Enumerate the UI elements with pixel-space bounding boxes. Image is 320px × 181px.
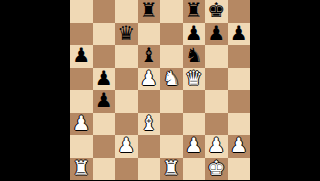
square-b3[interactable] bbox=[93, 113, 116, 136]
square-c5[interactable] bbox=[115, 68, 138, 91]
square-e7[interactable] bbox=[160, 23, 183, 46]
square-f2[interactable]: ♟ bbox=[183, 135, 206, 158]
square-f6[interactable]: ♞ bbox=[183, 45, 206, 68]
white-bishop-icon: ♝ bbox=[140, 113, 158, 135]
white-pawn-icon: ♟ bbox=[72, 113, 90, 135]
square-b1[interactable] bbox=[93, 158, 116, 181]
black-pawn-icon: ♟ bbox=[207, 23, 225, 45]
white-knight-icon: ♞ bbox=[162, 68, 180, 90]
square-b7[interactable] bbox=[93, 23, 116, 46]
square-g1[interactable]: ♚ bbox=[205, 158, 228, 181]
square-f4[interactable] bbox=[183, 90, 206, 113]
letterbox-left bbox=[0, 0, 70, 180]
square-e4[interactable] bbox=[160, 90, 183, 113]
square-e5[interactable]: ♞ bbox=[160, 68, 183, 91]
square-e3[interactable] bbox=[160, 113, 183, 136]
letterbox-right bbox=[250, 0, 320, 180]
white-pawn-icon: ♟ bbox=[117, 135, 135, 157]
black-pawn-icon: ♟ bbox=[230, 23, 248, 45]
square-h1[interactable] bbox=[228, 158, 251, 181]
square-c6[interactable] bbox=[115, 45, 138, 68]
square-a8[interactable] bbox=[70, 0, 93, 23]
black-king-icon: ♚ bbox=[207, 0, 225, 22]
square-g3[interactable] bbox=[205, 113, 228, 136]
square-d1[interactable] bbox=[138, 158, 161, 181]
square-g4[interactable] bbox=[205, 90, 228, 113]
square-b8[interactable] bbox=[93, 0, 116, 23]
square-g8[interactable]: ♚ bbox=[205, 0, 228, 23]
square-a2[interactable] bbox=[70, 135, 93, 158]
white-pawn-icon: ♟ bbox=[185, 135, 203, 157]
square-f3[interactable] bbox=[183, 113, 206, 136]
square-h6[interactable] bbox=[228, 45, 251, 68]
black-pawn-icon: ♟ bbox=[185, 23, 203, 45]
square-d3[interactable]: ♝ bbox=[138, 113, 161, 136]
black-bishop-icon: ♝ bbox=[140, 45, 158, 67]
square-a7[interactable] bbox=[70, 23, 93, 46]
square-e2[interactable] bbox=[160, 135, 183, 158]
square-g2[interactable]: ♟ bbox=[205, 135, 228, 158]
square-h8[interactable] bbox=[228, 0, 251, 23]
white-pawn-icon: ♟ bbox=[140, 68, 158, 90]
square-a5[interactable] bbox=[70, 68, 93, 91]
black-pawn-icon: ♟ bbox=[72, 45, 90, 67]
white-pawn-icon: ♟ bbox=[230, 135, 248, 157]
black-rook-icon: ♜ bbox=[185, 0, 203, 22]
black-rook-icon: ♜ bbox=[140, 0, 158, 22]
square-a3[interactable]: ♟ bbox=[70, 113, 93, 136]
square-c4[interactable] bbox=[115, 90, 138, 113]
square-h7[interactable]: ♟ bbox=[228, 23, 251, 46]
square-e1[interactable]: ♜ bbox=[160, 158, 183, 181]
square-a1[interactable]: ♜ bbox=[70, 158, 93, 181]
black-knight-icon: ♞ bbox=[185, 45, 203, 67]
square-h4[interactable] bbox=[228, 90, 251, 113]
white-queen-icon: ♛ bbox=[185, 68, 203, 90]
chess-board: ♜♜♚♛♟♟♟♟♝♞♟♟♞♛♟♟♝♟♟♟♟♜♜♚ bbox=[70, 0, 250, 180]
square-h2[interactable]: ♟ bbox=[228, 135, 251, 158]
square-d8[interactable]: ♜ bbox=[138, 0, 161, 23]
black-queen-icon: ♛ bbox=[117, 23, 135, 45]
square-a6[interactable]: ♟ bbox=[70, 45, 93, 68]
square-g7[interactable]: ♟ bbox=[205, 23, 228, 46]
square-a4[interactable] bbox=[70, 90, 93, 113]
black-pawn-icon: ♟ bbox=[95, 90, 113, 112]
square-b5[interactable]: ♟ bbox=[93, 68, 116, 91]
square-f7[interactable]: ♟ bbox=[183, 23, 206, 46]
square-b6[interactable] bbox=[93, 45, 116, 68]
black-pawn-icon: ♟ bbox=[95, 68, 113, 90]
white-rook-icon: ♜ bbox=[72, 158, 90, 180]
square-c1[interactable] bbox=[115, 158, 138, 181]
square-e8[interactable] bbox=[160, 0, 183, 23]
square-g5[interactable] bbox=[205, 68, 228, 91]
square-b2[interactable] bbox=[93, 135, 116, 158]
square-f8[interactable]: ♜ bbox=[183, 0, 206, 23]
white-rook-icon: ♜ bbox=[162, 158, 180, 180]
white-king-icon: ♚ bbox=[207, 158, 225, 180]
square-c2[interactable]: ♟ bbox=[115, 135, 138, 158]
square-d6[interactable]: ♝ bbox=[138, 45, 161, 68]
white-pawn-icon: ♟ bbox=[207, 135, 225, 157]
square-b4[interactable]: ♟ bbox=[93, 90, 116, 113]
square-d2[interactable] bbox=[138, 135, 161, 158]
square-c8[interactable] bbox=[115, 0, 138, 23]
square-f5[interactable]: ♛ bbox=[183, 68, 206, 91]
square-g6[interactable] bbox=[205, 45, 228, 68]
square-d7[interactable] bbox=[138, 23, 161, 46]
square-d5[interactable]: ♟ bbox=[138, 68, 161, 91]
square-c7[interactable]: ♛ bbox=[115, 23, 138, 46]
square-c3[interactable] bbox=[115, 113, 138, 136]
square-e6[interactable] bbox=[160, 45, 183, 68]
square-h5[interactable] bbox=[228, 68, 251, 91]
video-frame: ♜♜♚♛♟♟♟♟♝♞♟♟♞♛♟♟♝♟♟♟♟♜♜♚ bbox=[0, 0, 320, 180]
square-f1[interactable] bbox=[183, 158, 206, 181]
square-d4[interactable] bbox=[138, 90, 161, 113]
square-h3[interactable] bbox=[228, 113, 251, 136]
